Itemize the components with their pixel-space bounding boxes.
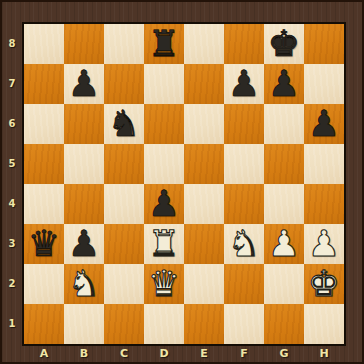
square-d7[interactable] xyxy=(144,64,184,104)
square-e8[interactable] xyxy=(184,24,224,64)
square-h4[interactable] xyxy=(304,184,344,224)
square-a4[interactable] xyxy=(24,184,64,224)
square-c8[interactable] xyxy=(104,24,144,64)
piece-black-pawn[interactable]: ♟ xyxy=(228,64,260,104)
square-b4[interactable] xyxy=(64,184,104,224)
square-f6[interactable] xyxy=(224,104,264,144)
square-h8[interactable] xyxy=(304,24,344,64)
square-a8[interactable] xyxy=(24,24,64,64)
piece-black-queen[interactable]: ♛ xyxy=(28,224,60,264)
rank-label: 6 xyxy=(2,104,22,144)
chess-board[interactable]: ♜♚♟♟♟♞♟♟♛♟♜♞♟♟♞♛♚ xyxy=(22,22,346,346)
square-g2[interactable] xyxy=(264,264,304,304)
square-g8[interactable]: ♚ xyxy=(264,24,304,64)
square-e2[interactable] xyxy=(184,264,224,304)
square-h2[interactable]: ♚ xyxy=(304,264,344,304)
square-c7[interactable] xyxy=(104,64,144,104)
square-f8[interactable] xyxy=(224,24,264,64)
square-g1[interactable] xyxy=(264,304,304,344)
piece-black-pawn[interactable]: ♟ xyxy=(68,224,100,264)
square-f7[interactable]: ♟ xyxy=(224,64,264,104)
piece-white-king[interactable]: ♚ xyxy=(308,264,340,304)
file-label: F xyxy=(224,344,264,364)
square-a3[interactable]: ♛ xyxy=(24,224,64,264)
square-c5[interactable] xyxy=(104,144,144,184)
square-d1[interactable] xyxy=(144,304,184,344)
square-b6[interactable] xyxy=(64,104,104,144)
rank-label: 3 xyxy=(2,224,22,264)
rank-label: 1 xyxy=(2,304,22,344)
square-g4[interactable] xyxy=(264,184,304,224)
square-d4[interactable]: ♟ xyxy=(144,184,184,224)
square-b5[interactable] xyxy=(64,144,104,184)
piece-white-knight[interactable]: ♞ xyxy=(68,264,100,304)
square-e5[interactable] xyxy=(184,144,224,184)
square-a5[interactable] xyxy=(24,144,64,184)
piece-black-pawn[interactable]: ♟ xyxy=(308,104,340,144)
square-d6[interactable] xyxy=(144,104,184,144)
rank-label: 8 xyxy=(2,24,22,64)
square-a6[interactable] xyxy=(24,104,64,144)
square-b3[interactable]: ♟ xyxy=(64,224,104,264)
rank-label: 7 xyxy=(2,64,22,104)
file-label: C xyxy=(104,344,144,364)
square-d2[interactable]: ♛ xyxy=(144,264,184,304)
file-label: H xyxy=(304,344,344,364)
file-label: A xyxy=(24,344,64,364)
file-label: D xyxy=(144,344,184,364)
square-f2[interactable] xyxy=(224,264,264,304)
piece-black-pawn[interactable]: ♟ xyxy=(148,184,180,224)
file-label: E xyxy=(184,344,224,364)
square-e3[interactable] xyxy=(184,224,224,264)
square-h1[interactable] xyxy=(304,304,344,344)
rank-label: 2 xyxy=(2,264,22,304)
square-h3[interactable]: ♟ xyxy=(304,224,344,264)
piece-white-pawn[interactable]: ♟ xyxy=(268,224,300,264)
square-f3[interactable]: ♞ xyxy=(224,224,264,264)
square-c3[interactable] xyxy=(104,224,144,264)
square-a1[interactable] xyxy=(24,304,64,344)
square-e7[interactable] xyxy=(184,64,224,104)
piece-black-king[interactable]: ♚ xyxy=(268,24,300,64)
piece-white-queen[interactable]: ♛ xyxy=(148,264,180,304)
square-h7[interactable] xyxy=(304,64,344,104)
square-e6[interactable] xyxy=(184,104,224,144)
square-h5[interactable] xyxy=(304,144,344,184)
square-g6[interactable] xyxy=(264,104,304,144)
file-label: B xyxy=(64,344,104,364)
piece-black-pawn[interactable]: ♟ xyxy=(268,64,300,104)
piece-black-rook[interactable]: ♜ xyxy=(148,24,180,64)
square-h6[interactable]: ♟ xyxy=(304,104,344,144)
square-d8[interactable]: ♜ xyxy=(144,24,184,64)
square-f1[interactable] xyxy=(224,304,264,344)
chess-board-frame: 87654321 ♜♚♟♟♟♞♟♟♛♟♜♞♟♟♞♛♚ ABCDEFGH xyxy=(0,0,364,364)
square-e1[interactable] xyxy=(184,304,224,344)
square-c2[interactable] xyxy=(104,264,144,304)
square-c6[interactable]: ♞ xyxy=(104,104,144,144)
file-label: G xyxy=(264,344,304,364)
square-f4[interactable] xyxy=(224,184,264,224)
rank-labels: 87654321 xyxy=(2,24,22,344)
square-e4[interactable] xyxy=(184,184,224,224)
square-c1[interactable] xyxy=(104,304,144,344)
square-a2[interactable] xyxy=(24,264,64,304)
square-b7[interactable]: ♟ xyxy=(64,64,104,104)
square-d3[interactable]: ♜ xyxy=(144,224,184,264)
piece-white-rook[interactable]: ♜ xyxy=(148,224,180,264)
piece-black-pawn[interactable]: ♟ xyxy=(68,64,100,104)
piece-white-pawn[interactable]: ♟ xyxy=(308,224,340,264)
square-f5[interactable] xyxy=(224,144,264,184)
square-b2[interactable]: ♞ xyxy=(64,264,104,304)
piece-white-knight[interactable]: ♞ xyxy=(228,224,260,264)
square-d5[interactable] xyxy=(144,144,184,184)
square-a7[interactable] xyxy=(24,64,64,104)
square-b1[interactable] xyxy=(64,304,104,344)
rank-label: 5 xyxy=(2,144,22,184)
piece-black-knight[interactable]: ♞ xyxy=(108,104,140,144)
square-b8[interactable] xyxy=(64,24,104,64)
square-g7[interactable]: ♟ xyxy=(264,64,304,104)
file-labels: ABCDEFGH xyxy=(24,344,344,364)
square-g5[interactable] xyxy=(264,144,304,184)
rank-label: 4 xyxy=(2,184,22,224)
square-c4[interactable] xyxy=(104,184,144,224)
square-g3[interactable]: ♟ xyxy=(264,224,304,264)
